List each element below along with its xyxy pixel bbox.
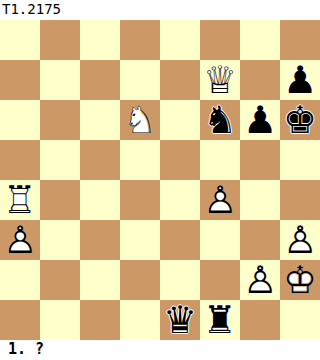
white-pawn-icon: ♙ — [240, 260, 280, 300]
square-a6[interactable] — [0, 100, 40, 140]
square-b1[interactable] — [40, 300, 80, 340]
square-d4[interactable] — [120, 180, 160, 220]
square-d5[interactable] — [120, 140, 160, 180]
square-b7[interactable] — [40, 60, 80, 100]
square-d8[interactable] — [120, 20, 160, 60]
square-f1[interactable]: ♜ — [200, 300, 240, 340]
square-c8[interactable] — [80, 20, 120, 60]
square-c2[interactable] — [80, 260, 120, 300]
square-c5[interactable] — [80, 140, 120, 180]
square-f4[interactable]: ♟♙ — [200, 180, 240, 220]
white-queen-fill: ♛ — [200, 60, 240, 100]
black-rook-icon: ♜ — [200, 300, 240, 340]
square-b5[interactable] — [40, 140, 80, 180]
black-pawn-icon: ♟ — [280, 60, 320, 100]
square-g5[interactable] — [240, 140, 280, 180]
square-f8[interactable] — [200, 20, 240, 60]
white-king-fill: ♚ — [280, 260, 320, 300]
square-g8[interactable] — [240, 20, 280, 60]
square-b2[interactable] — [40, 260, 80, 300]
square-e4[interactable] — [160, 180, 200, 220]
square-h4[interactable] — [280, 180, 320, 220]
white-pawn-icon: ♙ — [200, 180, 240, 220]
square-a3[interactable]: ♟♙ — [0, 220, 40, 260]
square-d2[interactable] — [120, 260, 160, 300]
white-king-icon: ♔ — [280, 260, 320, 300]
square-b3[interactable] — [40, 220, 80, 260]
square-e3[interactable] — [160, 220, 200, 260]
square-g6[interactable]: ♟ — [240, 100, 280, 140]
black-queen-icon: ♛ — [160, 300, 200, 340]
white-pawn-fill: ♟ — [240, 260, 280, 300]
square-h8[interactable] — [280, 20, 320, 60]
square-h5[interactable] — [280, 140, 320, 180]
square-h1[interactable] — [280, 300, 320, 340]
square-g2[interactable]: ♟♙ — [240, 260, 280, 300]
square-d6[interactable]: ♞♘ — [120, 100, 160, 140]
white-pawn-fill: ♟ — [0, 220, 40, 260]
white-pawn-icon: ♙ — [280, 220, 320, 260]
white-knight-icon: ♘ — [120, 100, 160, 140]
square-c4[interactable] — [80, 180, 120, 220]
black-knight-icon: ♞ — [200, 100, 240, 140]
square-a4[interactable]: ♜♖ — [0, 180, 40, 220]
square-e8[interactable] — [160, 20, 200, 60]
square-a5[interactable] — [0, 140, 40, 180]
square-e7[interactable] — [160, 60, 200, 100]
square-f7[interactable]: ♛♕ — [200, 60, 240, 100]
white-pawn-fill: ♟ — [280, 220, 320, 260]
white-queen-icon: ♕ — [200, 60, 240, 100]
square-g7[interactable] — [240, 60, 280, 100]
square-d7[interactable] — [120, 60, 160, 100]
white-rook-icon: ♖ — [0, 180, 40, 220]
white-pawn-icon: ♙ — [0, 220, 40, 260]
square-f5[interactable] — [200, 140, 240, 180]
square-h2[interactable]: ♚♔ — [280, 260, 320, 300]
puzzle-title: T1.2175 — [0, 0, 320, 20]
square-e2[interactable] — [160, 260, 200, 300]
square-c6[interactable] — [80, 100, 120, 140]
square-a2[interactable] — [0, 260, 40, 300]
square-g3[interactable] — [240, 220, 280, 260]
square-e6[interactable] — [160, 100, 200, 140]
square-a7[interactable] — [0, 60, 40, 100]
white-rook-fill: ♜ — [0, 180, 40, 220]
square-h7[interactable]: ♟ — [280, 60, 320, 100]
black-pawn-icon: ♟ — [240, 100, 280, 140]
square-h6[interactable]: ♚ — [280, 100, 320, 140]
white-pawn-fill: ♟ — [200, 180, 240, 220]
square-b8[interactable] — [40, 20, 80, 60]
square-g4[interactable] — [240, 180, 280, 220]
square-a1[interactable] — [0, 300, 40, 340]
black-king-icon: ♚ — [280, 100, 320, 140]
square-c7[interactable] — [80, 60, 120, 100]
square-f3[interactable] — [200, 220, 240, 260]
square-d1[interactable] — [120, 300, 160, 340]
square-f6[interactable]: ♞ — [200, 100, 240, 140]
chess-board: ♛♕♟♞♘♞♟♚♜♖♟♙♟♙♟♙♟♙♚♔♛♜ — [0, 20, 320, 340]
square-e5[interactable] — [160, 140, 200, 180]
white-knight-fill: ♞ — [120, 100, 160, 140]
square-c3[interactable] — [80, 220, 120, 260]
square-b4[interactable] — [40, 180, 80, 220]
square-c1[interactable] — [80, 300, 120, 340]
square-a8[interactable] — [0, 20, 40, 60]
square-g1[interactable] — [240, 300, 280, 340]
square-f2[interactable] — [200, 260, 240, 300]
square-d3[interactable] — [120, 220, 160, 260]
square-h3[interactable]: ♟♙ — [280, 220, 320, 260]
square-e1[interactable]: ♛ — [160, 300, 200, 340]
move-prompt: 1. ? — [0, 340, 320, 360]
square-b6[interactable] — [40, 100, 80, 140]
